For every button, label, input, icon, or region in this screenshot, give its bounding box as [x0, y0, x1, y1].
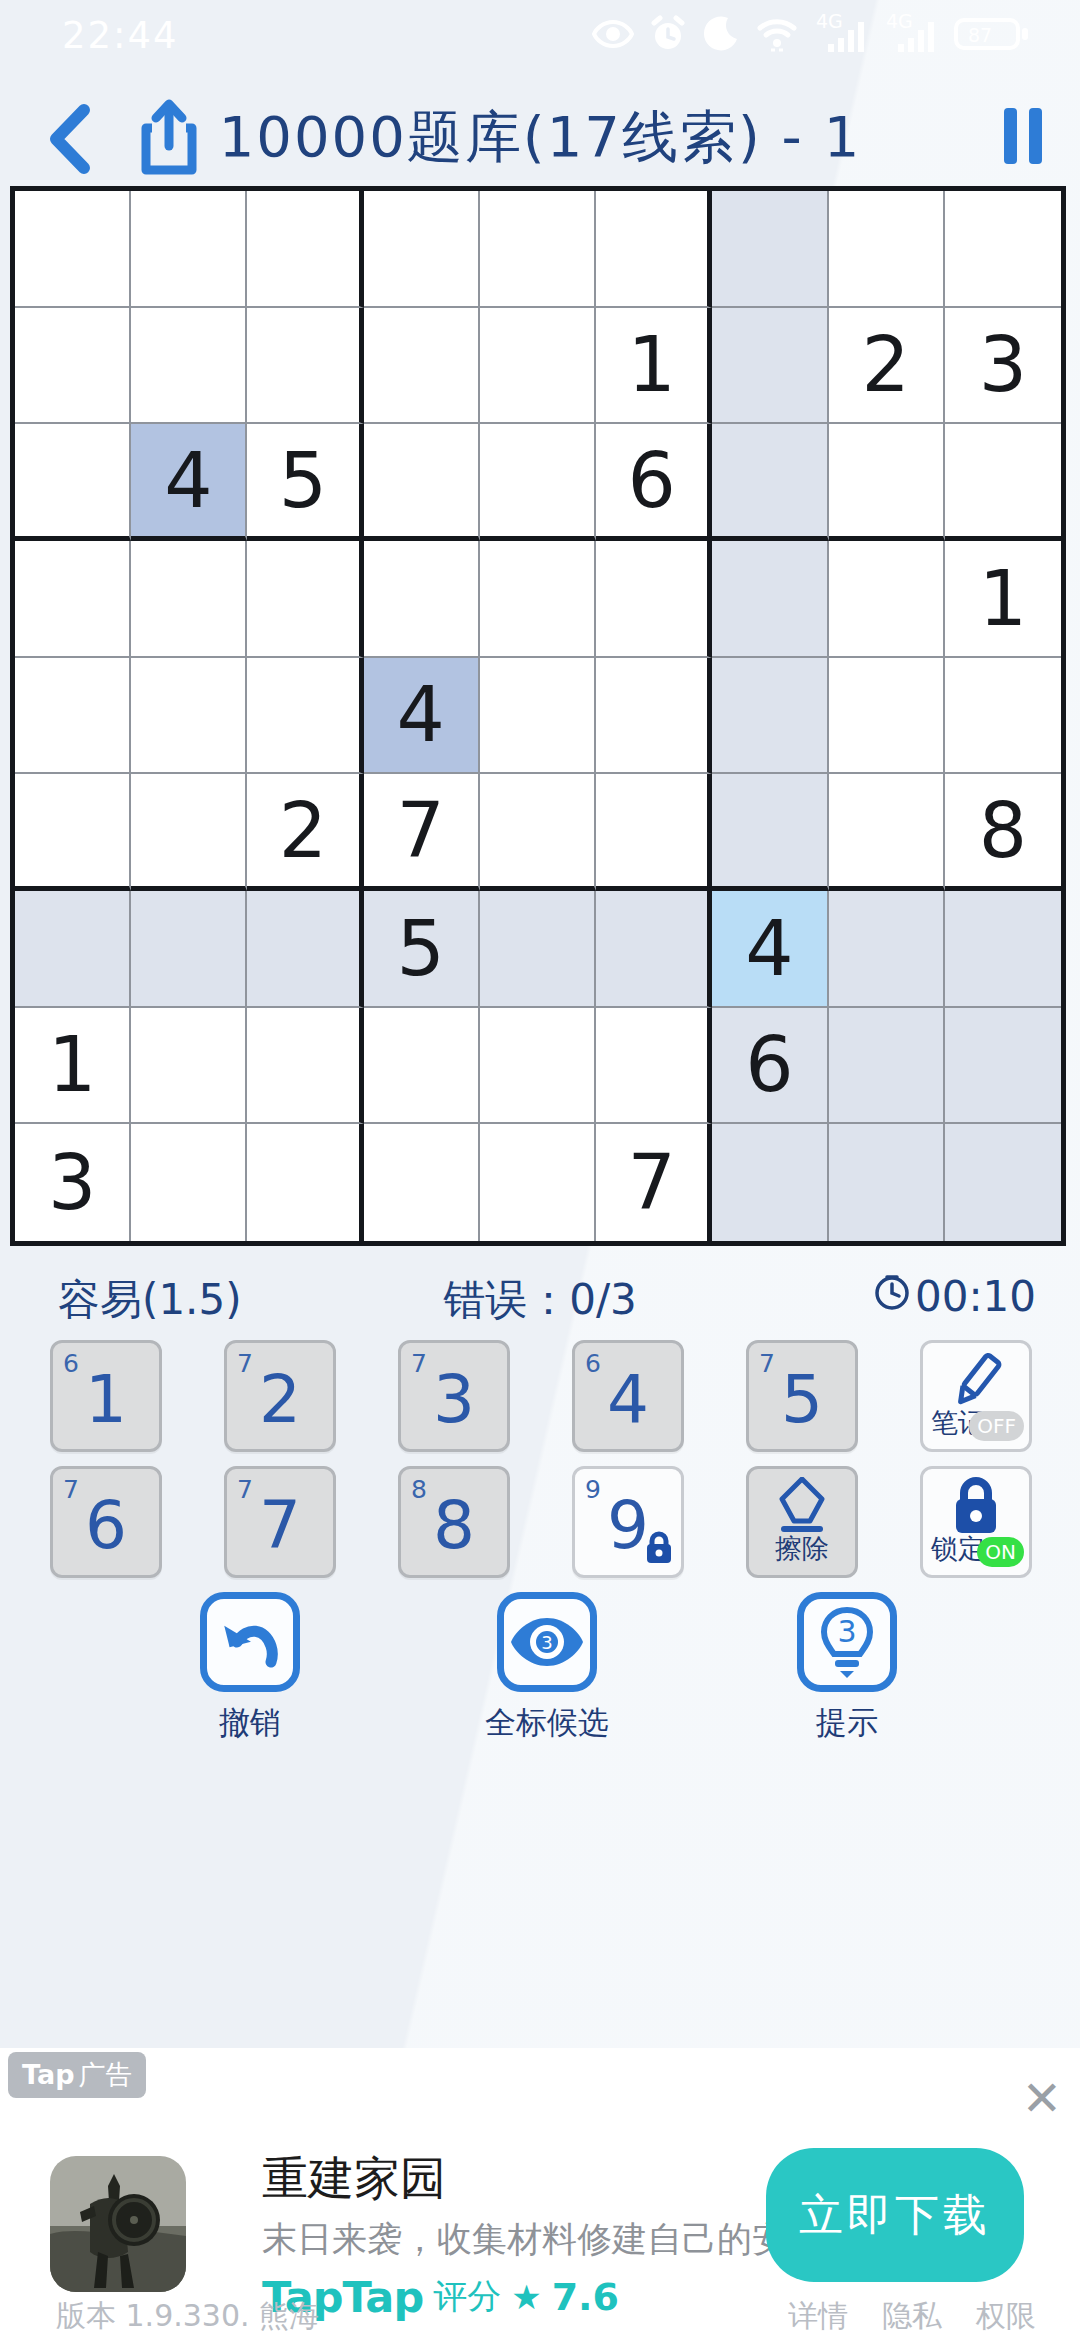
svg-text:4G: 4G — [886, 12, 913, 32]
eye-protect-icon — [592, 17, 634, 51]
page-title: 10000题库(17线索) - 1 — [0, 100, 1080, 176]
cell-r8c8[interactable] — [829, 1008, 945, 1125]
cell-r6c8[interactable] — [829, 774, 945, 891]
timer-value: 00:10 — [915, 1272, 1036, 1321]
moon-icon — [702, 15, 740, 53]
cell-r1c8[interactable] — [829, 191, 945, 308]
cell-r7c7[interactable]: 4 — [712, 891, 828, 1008]
cell-r9c4[interactable] — [364, 1124, 480, 1241]
cell-r8c9[interactable] — [945, 1008, 1061, 1125]
cell-r1c5[interactable] — [480, 191, 596, 308]
cell-r3c7[interactable] — [712, 424, 828, 541]
numpad-digit: 4 — [575, 1361, 681, 1438]
cell-r2c4[interactable] — [364, 308, 480, 425]
stats-row: 容易(1.5) 错误：0/3 00:10 — [0, 1272, 1080, 1328]
cell-r5c8[interactable] — [829, 658, 945, 775]
cell-r9c3[interactable] — [247, 1124, 363, 1241]
status-bar: 22:44 4G 4G 87 — [0, 0, 1080, 62]
hint-bulb-icon: 3 — [797, 1592, 897, 1692]
cell-r5c4[interactable]: 4 — [364, 658, 480, 775]
cell-r9c2[interactable] — [131, 1124, 247, 1241]
svg-text:87: 87 — [968, 24, 992, 46]
cell-r8c1[interactable]: 1 — [15, 1008, 131, 1125]
cell-r5c6[interactable] — [596, 658, 712, 775]
ad-description: 末日来袭，收集材料修建自己的安全… — [262, 2216, 782, 2263]
reveal-candidates-label: 全标候选 — [447, 1702, 647, 1744]
cell-r3c5[interactable] — [480, 424, 596, 541]
cell-r1c3[interactable] — [247, 191, 363, 308]
ad-link[interactable]: 详情 — [788, 2296, 848, 2337]
ad-badge: Tap广告 — [8, 2052, 146, 2098]
cell-r8c5[interactable] — [480, 1008, 596, 1125]
lock-icon — [923, 1477, 1029, 1539]
pencil-icon — [923, 1351, 1029, 1413]
cell-r9c6[interactable]: 7 — [596, 1124, 712, 1241]
cell-r1c6[interactable] — [596, 191, 712, 308]
cell-r9c5[interactable] — [480, 1124, 596, 1241]
cell-r2c8[interactable]: 2 — [829, 308, 945, 425]
cell-r6c6[interactable] — [596, 774, 712, 891]
numpad-digit: 8 — [401, 1487, 507, 1564]
cell-r4c8[interactable] — [829, 541, 945, 658]
notes-button[interactable]: 笔记OFF — [920, 1340, 1032, 1452]
cell-r8c4[interactable] — [364, 1008, 480, 1125]
numpad-7[interactable]: 77 — [224, 1466, 336, 1578]
undo-button[interactable]: 撤销 — [150, 1592, 350, 1744]
battery-icon: 87 — [954, 14, 1032, 54]
numpad-digit: 2 — [227, 1361, 333, 1438]
numpad-2[interactable]: 72 — [224, 1340, 336, 1452]
cell-r8c7[interactable]: 6 — [712, 1008, 828, 1125]
cell-r5c9[interactable] — [945, 658, 1061, 775]
ad-links: 详情隐私权限 — [788, 2296, 1036, 2337]
cell-r5c2[interactable] — [131, 658, 247, 775]
cell-r6c3[interactable]: 2 — [247, 774, 363, 891]
cell-r3c4[interactable] — [364, 424, 480, 541]
signal-4g-icon-1: 4G — [814, 12, 870, 56]
numpad-3[interactable]: 73 — [398, 1340, 510, 1452]
ad-title: 重建家园 — [262, 2148, 446, 2210]
ad-download-button[interactable]: 立即下载 — [766, 2148, 1024, 2282]
numpad-digit: 1 — [53, 1361, 159, 1438]
cell-r5c3[interactable] — [247, 658, 363, 775]
star-icon: ★ — [511, 2277, 541, 2317]
cell-r9c1[interactable]: 3 — [15, 1124, 131, 1241]
cell-r6c4[interactable]: 7 — [364, 774, 480, 891]
cell-r6c9[interactable]: 8 — [945, 774, 1061, 891]
cell-r9c9[interactable] — [945, 1124, 1061, 1241]
ad-link[interactable]: 权限 — [976, 2296, 1036, 2337]
numpad-6[interactable]: 76 — [50, 1466, 162, 1578]
cell-r8c2[interactable] — [131, 1008, 247, 1125]
eraser-icon — [749, 1477, 855, 1537]
cell-r7c3[interactable] — [247, 891, 363, 1008]
timer: 00:10 — [873, 1272, 1036, 1321]
action-row: 撤销 3 全标候选 3 提示 — [0, 1592, 1080, 1752]
cell-r7c5[interactable] — [480, 891, 596, 1008]
reveal-candidates-button[interactable]: 3 全标候选 — [447, 1592, 647, 1744]
cell-r4c5[interactable] — [480, 541, 596, 658]
svg-text:3: 3 — [837, 1614, 856, 1649]
cell-r2c2[interactable] — [131, 308, 247, 425]
undo-label: 撤销 — [150, 1702, 350, 1744]
cell-r2c3[interactable] — [247, 308, 363, 425]
wifi-icon — [754, 14, 800, 54]
cell-r1c7[interactable] — [712, 191, 828, 308]
ad-close-icon[interactable]: ✕ — [1022, 2074, 1062, 2122]
cell-r6c7[interactable] — [712, 774, 828, 891]
cell-r2c9[interactable]: 3 — [945, 308, 1061, 425]
signal-4g-icon-2: 4G — [884, 12, 940, 56]
cell-r2c7[interactable] — [712, 308, 828, 425]
cell-r2c5[interactable] — [480, 308, 596, 425]
cell-r4c1[interactable] — [15, 541, 131, 658]
cell-r1c2[interactable] — [131, 191, 247, 308]
cell-r6c1[interactable] — [15, 774, 131, 891]
clock-time: 22:44 — [62, 14, 179, 57]
cell-r3c9[interactable] — [945, 424, 1061, 541]
cell-r9c8[interactable] — [829, 1124, 945, 1241]
cell-r5c7[interactable] — [712, 658, 828, 775]
cell-r5c5[interactable] — [480, 658, 596, 775]
ad-app-icon[interactable] — [50, 2156, 186, 2292]
sudoku-board: 12345614278541637 — [10, 186, 1066, 1246]
ad-badge-text: 广告 — [78, 2059, 132, 2090]
cell-r7c4[interactable]: 5 — [364, 891, 480, 1008]
cell-r1c1[interactable] — [15, 191, 131, 308]
cell-r1c4[interactable] — [364, 191, 480, 308]
notes-state-badge: OFF — [969, 1411, 1024, 1441]
cell-r7c9[interactable] — [945, 891, 1061, 1008]
cell-r6c5[interactable] — [480, 774, 596, 891]
cell-r5c1[interactable] — [15, 658, 131, 775]
cell-r3c8[interactable] — [829, 424, 945, 541]
cell-r4c6[interactable] — [596, 541, 712, 658]
timer-clock-icon — [873, 1272, 911, 1321]
cell-r7c6[interactable] — [596, 891, 712, 1008]
rating-label: 评分 — [433, 2274, 501, 2320]
pause-button[interactable] — [996, 104, 1050, 172]
cell-r4c4[interactable] — [364, 541, 480, 658]
rating-value: 7.6 — [552, 2275, 619, 2319]
numpad-digit: 6 — [53, 1487, 159, 1564]
lock-state-badge: ON — [977, 1537, 1024, 1567]
locked-number-icon — [643, 1531, 675, 1569]
cell-r6c2[interactable] — [131, 774, 247, 891]
cell-r9c7[interactable] — [712, 1124, 828, 1241]
cell-r8c3[interactable] — [247, 1008, 363, 1125]
cell-r3c2[interactable]: 4 — [131, 424, 247, 541]
cell-r4c3[interactable] — [247, 541, 363, 658]
cell-r7c2[interactable] — [131, 891, 247, 1008]
svg-text:4G: 4G — [816, 12, 843, 32]
hint-label: 提示 — [747, 1702, 947, 1744]
number-pad: 6172736475笔记OFF76778899擦除锁定ON — [50, 1340, 1032, 1578]
numpad-9[interactable]: 99 — [572, 1466, 684, 1578]
numpad-8[interactable]: 88 — [398, 1466, 510, 1578]
numpad-digit: 3 — [401, 1361, 507, 1438]
undo-icon — [200, 1592, 300, 1692]
cell-r2c1[interactable] — [15, 308, 131, 425]
erase-label: 擦除 — [749, 1531, 855, 1567]
cell-r3c6[interactable]: 6 — [596, 424, 712, 541]
status-icons: 4G 4G 87 — [592, 12, 1032, 56]
cell-r7c8[interactable] — [829, 891, 945, 1008]
numpad-5[interactable]: 75 — [746, 1340, 858, 1452]
svg-text:3: 3 — [541, 1632, 552, 1653]
hint-button[interactable]: 3 提示 — [747, 1592, 947, 1744]
cell-r4c9[interactable]: 1 — [945, 541, 1061, 658]
cell-r2c6[interactable]: 1 — [596, 308, 712, 425]
lock-button[interactable]: 锁定ON — [920, 1466, 1032, 1578]
numpad-4[interactable]: 64 — [572, 1340, 684, 1452]
cell-r4c2[interactable] — [131, 541, 247, 658]
cell-r4c7[interactable] — [712, 541, 828, 658]
eye-candidates-icon: 3 — [497, 1592, 597, 1692]
cell-r3c1[interactable] — [15, 424, 131, 541]
cell-r7c1[interactable] — [15, 891, 131, 1008]
cell-r8c6[interactable] — [596, 1008, 712, 1125]
alarm-icon — [648, 15, 688, 53]
cell-r1c9[interactable] — [945, 191, 1061, 308]
ad-link[interactable]: 隐私 — [882, 2296, 942, 2337]
ad-version: 版本 1.9.330. 熊海 — [56, 2296, 319, 2337]
erase-button[interactable]: 擦除 — [746, 1466, 858, 1578]
cell-r3c3[interactable]: 5 — [247, 424, 363, 541]
numpad-digit: 7 — [227, 1487, 333, 1564]
nav-bar: 10000题库(17线索) - 1 — [0, 92, 1080, 184]
numpad-digit: 5 — [749, 1361, 855, 1438]
numpad-1[interactable]: 61 — [50, 1340, 162, 1452]
